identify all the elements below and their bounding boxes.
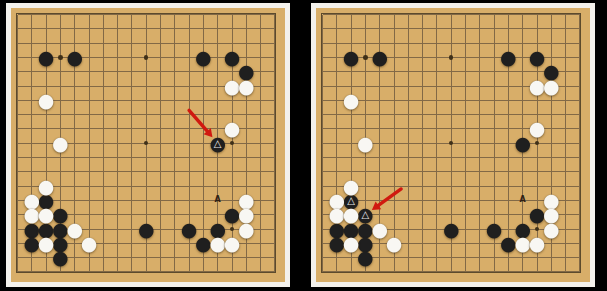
white-stone: ● — [358, 136, 373, 151]
go-board-diagram-left[interactable]: ●●●●●●●●●●●●●●●●●●●●●●●●●●●●●●●●●●●●△A — [6, 3, 290, 287]
white-stone: ● — [67, 222, 82, 237]
black-stone: ● — [39, 50, 54, 65]
white-stone: ● — [39, 179, 54, 194]
white-stone: ● — [225, 236, 240, 251]
white-stone: ● — [544, 79, 559, 94]
white-stone: ● — [530, 121, 545, 136]
white-stone: ● — [53, 136, 68, 151]
black-stone: ● — [67, 50, 82, 65]
point-label-a: A — [517, 194, 529, 206]
white-stone: ● — [344, 207, 359, 222]
white-stone: ● — [344, 179, 359, 194]
black-stone: ● — [196, 50, 211, 65]
triangle-marker-icon: △ — [210, 136, 225, 151]
point-label-a: A — [212, 194, 224, 206]
white-stone: ● — [39, 207, 54, 222]
black-stone: ● — [358, 250, 373, 265]
white-stone: ● — [225, 121, 240, 136]
white-stone: ● — [530, 236, 545, 251]
black-stone: ● — [444, 222, 459, 237]
black-stone: ● — [515, 136, 530, 151]
goban-right[interactable]: ●●●●●●●●●●●●●●●●●●●●●●●●●●●●●●●●●●●●△△A — [316, 8, 590, 282]
white-stone: ● — [344, 236, 359, 251]
triangle-marker-icon: △ — [344, 193, 359, 208]
black-stone: ● — [53, 250, 68, 265]
goban-left[interactable]: ●●●●●●●●●●●●●●●●●●●●●●●●●●●●●●●●●●●●△A — [11, 8, 285, 282]
star-point — [58, 55, 63, 60]
white-stone: ● — [239, 222, 254, 237]
white-stone: ● — [387, 236, 402, 251]
go-board-diagram-right[interactable]: ●●●●●●●●●●●●●●●●●●●●●●●●●●●●●●●●●●●●△△A — [311, 3, 595, 287]
white-stone: ● — [39, 236, 54, 251]
white-stone: ● — [39, 93, 54, 108]
white-stone: ● — [239, 79, 254, 94]
triangle-marker-icon: △ — [358, 207, 373, 222]
white-stone: ● — [344, 93, 359, 108]
black-stone: ● — [372, 50, 387, 65]
black-stone: ● — [139, 222, 154, 237]
black-stone: ● — [344, 50, 359, 65]
star-point — [363, 55, 368, 60]
white-stone: ● — [544, 222, 559, 237]
black-stone: ● — [501, 50, 516, 65]
white-stone: ● — [372, 222, 387, 237]
white-stone: ● — [82, 236, 97, 251]
